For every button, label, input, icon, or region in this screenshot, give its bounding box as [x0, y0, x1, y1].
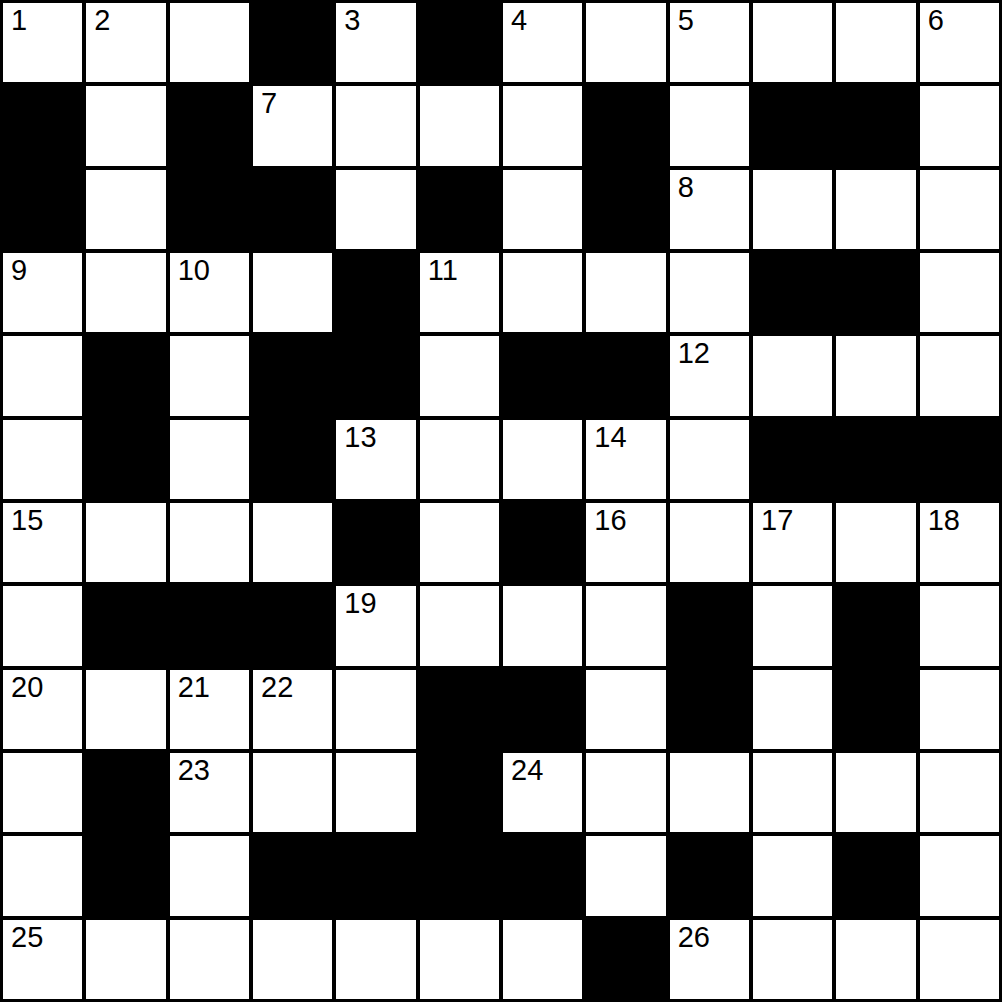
- cell[interactable]: [920, 753, 999, 832]
- clue-number: 16: [594, 504, 626, 537]
- cell[interactable]: 13: [336, 420, 415, 499]
- blocked-cell: [836, 253, 915, 332]
- blocked-cell: [503, 503, 582, 582]
- cell[interactable]: [86, 170, 165, 249]
- blocked-cell: [86, 586, 165, 665]
- cell[interactable]: [3, 753, 82, 832]
- cell[interactable]: [3, 420, 82, 499]
- blocked-cell: [586, 86, 665, 165]
- cell[interactable]: 16: [586, 503, 665, 582]
- blocked-cell: [170, 86, 249, 165]
- cell[interactable]: 22: [253, 670, 332, 749]
- clue-number: 15: [11, 504, 43, 537]
- cell[interactable]: 12: [670, 336, 749, 415]
- cell[interactable]: 9: [3, 253, 82, 332]
- cell[interactable]: [86, 86, 165, 165]
- clue-number: 19: [344, 587, 376, 620]
- cell[interactable]: [670, 86, 749, 165]
- cell[interactable]: [170, 920, 249, 999]
- blocked-cell: [86, 336, 165, 415]
- cell[interactable]: [420, 420, 499, 499]
- blocked-cell: [670, 836, 749, 915]
- cell[interactable]: [836, 336, 915, 415]
- cell[interactable]: [420, 336, 499, 415]
- cell[interactable]: [420, 920, 499, 999]
- clue-number: 9: [11, 254, 27, 287]
- cell[interactable]: [3, 586, 82, 665]
- blocked-cell: [420, 170, 499, 249]
- cell[interactable]: [753, 170, 832, 249]
- blocked-cell: [170, 586, 249, 665]
- clue-number: 22: [261, 671, 293, 704]
- clue-number: 3: [344, 4, 360, 37]
- cell[interactable]: [503, 86, 582, 165]
- blocked-cell: [503, 670, 582, 749]
- cell[interactable]: [336, 86, 415, 165]
- cell[interactable]: 14: [586, 420, 665, 499]
- cell[interactable]: [253, 753, 332, 832]
- cell[interactable]: [586, 670, 665, 749]
- cell[interactable]: [336, 753, 415, 832]
- cell[interactable]: [753, 670, 832, 749]
- blocked-cell: [503, 836, 582, 915]
- cell[interactable]: [503, 170, 582, 249]
- cell[interactable]: 3: [336, 3, 415, 82]
- clue-number: 21: [178, 671, 210, 704]
- cell[interactable]: [420, 503, 499, 582]
- cell[interactable]: [836, 170, 915, 249]
- blocked-cell: [336, 836, 415, 915]
- cell[interactable]: [86, 503, 165, 582]
- blocked-cell: [336, 503, 415, 582]
- blocked-cell: [420, 836, 499, 915]
- cell[interactable]: [170, 336, 249, 415]
- blocked-cell: [253, 420, 332, 499]
- cell[interactable]: [670, 503, 749, 582]
- blocked-cell: [586, 170, 665, 249]
- blocked-cell: [920, 420, 999, 499]
- cell[interactable]: [170, 3, 249, 82]
- clue-number: 14: [594, 421, 626, 454]
- cell[interactable]: [586, 3, 665, 82]
- cell[interactable]: 8: [670, 170, 749, 249]
- cell[interactable]: [670, 753, 749, 832]
- cell[interactable]: [836, 503, 915, 582]
- cell[interactable]: 6: [920, 3, 999, 82]
- cell[interactable]: [753, 586, 832, 665]
- cell[interactable]: 5: [670, 3, 749, 82]
- cell[interactable]: [86, 253, 165, 332]
- blocked-cell: [836, 86, 915, 165]
- clue-number: 11: [428, 254, 458, 287]
- blocked-cell: [836, 670, 915, 749]
- cell[interactable]: [753, 753, 832, 832]
- cell[interactable]: 19: [336, 586, 415, 665]
- cell[interactable]: [753, 3, 832, 82]
- cell[interactable]: [253, 503, 332, 582]
- cell[interactable]: [503, 420, 582, 499]
- blocked-cell: [3, 170, 82, 249]
- clue-number: 13: [344, 421, 376, 454]
- blocked-cell: [253, 586, 332, 665]
- cell[interactable]: [420, 86, 499, 165]
- clue-number: 2: [94, 4, 110, 37]
- blocked-cell: [836, 836, 915, 915]
- clue-number: 18: [928, 504, 960, 537]
- clue-number: 10: [178, 254, 210, 287]
- cell[interactable]: [920, 586, 999, 665]
- blocked-cell: [253, 170, 332, 249]
- cell[interactable]: [170, 503, 249, 582]
- blocked-cell: [753, 420, 832, 499]
- blocked-cell: [586, 336, 665, 415]
- blocked-cell: [253, 836, 332, 915]
- cell[interactable]: 25: [3, 920, 82, 999]
- clue-number: 6: [928, 4, 944, 37]
- cell[interactable]: [586, 253, 665, 332]
- blocked-cell: [86, 836, 165, 915]
- clue-number: 5: [678, 4, 694, 37]
- cell[interactable]: 21: [170, 670, 249, 749]
- blocked-cell: [836, 586, 915, 665]
- cell[interactable]: [3, 336, 82, 415]
- cell[interactable]: 23: [170, 753, 249, 832]
- cell[interactable]: 7: [253, 86, 332, 165]
- cell[interactable]: [836, 3, 915, 82]
- cell[interactable]: [920, 86, 999, 165]
- cell[interactable]: 24: [503, 753, 582, 832]
- cell[interactable]: [836, 753, 915, 832]
- clue-number: 25: [11, 921, 43, 954]
- blocked-cell: [253, 336, 332, 415]
- cell[interactable]: [753, 920, 832, 999]
- clue-number: 20: [11, 671, 43, 704]
- blocked-cell: [670, 586, 749, 665]
- blocked-cell: [253, 3, 332, 82]
- cell[interactable]: [670, 420, 749, 499]
- crossword-grid: 1234567891011121314151617181920212223242…: [0, 0, 1002, 1002]
- clue-number: 7: [261, 87, 277, 120]
- cell[interactable]: [920, 336, 999, 415]
- blocked-cell: [336, 253, 415, 332]
- cell[interactable]: [753, 336, 832, 415]
- clue-number: 23: [178, 754, 210, 787]
- cell[interactable]: 1: [3, 3, 82, 82]
- cell[interactable]: [836, 920, 915, 999]
- blocked-cell: [420, 753, 499, 832]
- blocked-cell: [336, 336, 415, 415]
- cell[interactable]: [170, 420, 249, 499]
- clue-number: 4: [511, 4, 527, 37]
- blocked-cell: [86, 420, 165, 499]
- cell[interactable]: [586, 836, 665, 915]
- cell[interactable]: [503, 253, 582, 332]
- cell[interactable]: 2: [86, 3, 165, 82]
- cell[interactable]: [670, 253, 749, 332]
- cell[interactable]: [753, 836, 832, 915]
- cell[interactable]: [170, 836, 249, 915]
- blocked-cell: [836, 420, 915, 499]
- cell[interactable]: 20: [3, 670, 82, 749]
- blocked-cell: [503, 336, 582, 415]
- cell[interactable]: 4: [503, 3, 582, 82]
- cell[interactable]: [503, 920, 582, 999]
- cell[interactable]: [336, 170, 415, 249]
- blocked-cell: [170, 170, 249, 249]
- clue-number: 24: [511, 754, 543, 787]
- cell[interactable]: [253, 253, 332, 332]
- blocked-cell: [86, 753, 165, 832]
- cell[interactable]: [920, 836, 999, 915]
- cell[interactable]: 17: [753, 503, 832, 582]
- cell[interactable]: [420, 586, 499, 665]
- clue-number: 26: [678, 921, 710, 954]
- cell[interactable]: [86, 670, 165, 749]
- cell[interactable]: [503, 586, 582, 665]
- clue-number: 1: [11, 4, 27, 37]
- cell[interactable]: [586, 753, 665, 832]
- blocked-cell: [753, 86, 832, 165]
- cell[interactable]: [920, 253, 999, 332]
- blocked-cell: [420, 670, 499, 749]
- cell[interactable]: [86, 920, 165, 999]
- cell[interactable]: [920, 920, 999, 999]
- blocked-cell: [670, 670, 749, 749]
- cell[interactable]: [920, 170, 999, 249]
- cell[interactable]: 18: [920, 503, 999, 582]
- cell[interactable]: [3, 836, 82, 915]
- clue-number: 12: [678, 337, 710, 370]
- clue-number: 8: [678, 171, 694, 204]
- cell[interactable]: 10: [170, 253, 249, 332]
- cell[interactable]: [253, 920, 332, 999]
- clue-number: 17: [761, 504, 793, 537]
- cell[interactable]: [920, 670, 999, 749]
- blocked-cell: [420, 3, 499, 82]
- cell[interactable]: [586, 586, 665, 665]
- cell[interactable]: [336, 670, 415, 749]
- cell[interactable]: 26: [670, 920, 749, 999]
- cell[interactable]: 11: [420, 253, 499, 332]
- cell[interactable]: 15: [3, 503, 82, 582]
- cell[interactable]: [336, 920, 415, 999]
- blocked-cell: [3, 86, 82, 165]
- blocked-cell: [753, 253, 832, 332]
- blocked-cell: [586, 920, 665, 999]
